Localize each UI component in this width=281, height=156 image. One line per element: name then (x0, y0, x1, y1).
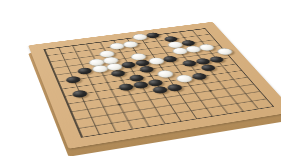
black-stone (166, 84, 184, 93)
stones-layer (44, 29, 272, 137)
white-stone (155, 69, 175, 78)
black-stone (71, 90, 88, 99)
black-stone (138, 65, 155, 73)
board-surface (28, 22, 281, 149)
black-stone (199, 64, 217, 72)
black-stone (109, 69, 126, 77)
black-stone (65, 75, 82, 83)
black-stone (208, 56, 225, 64)
black-stone (117, 83, 135, 92)
white-stone (215, 47, 235, 55)
photo-scene (0, 0, 281, 156)
